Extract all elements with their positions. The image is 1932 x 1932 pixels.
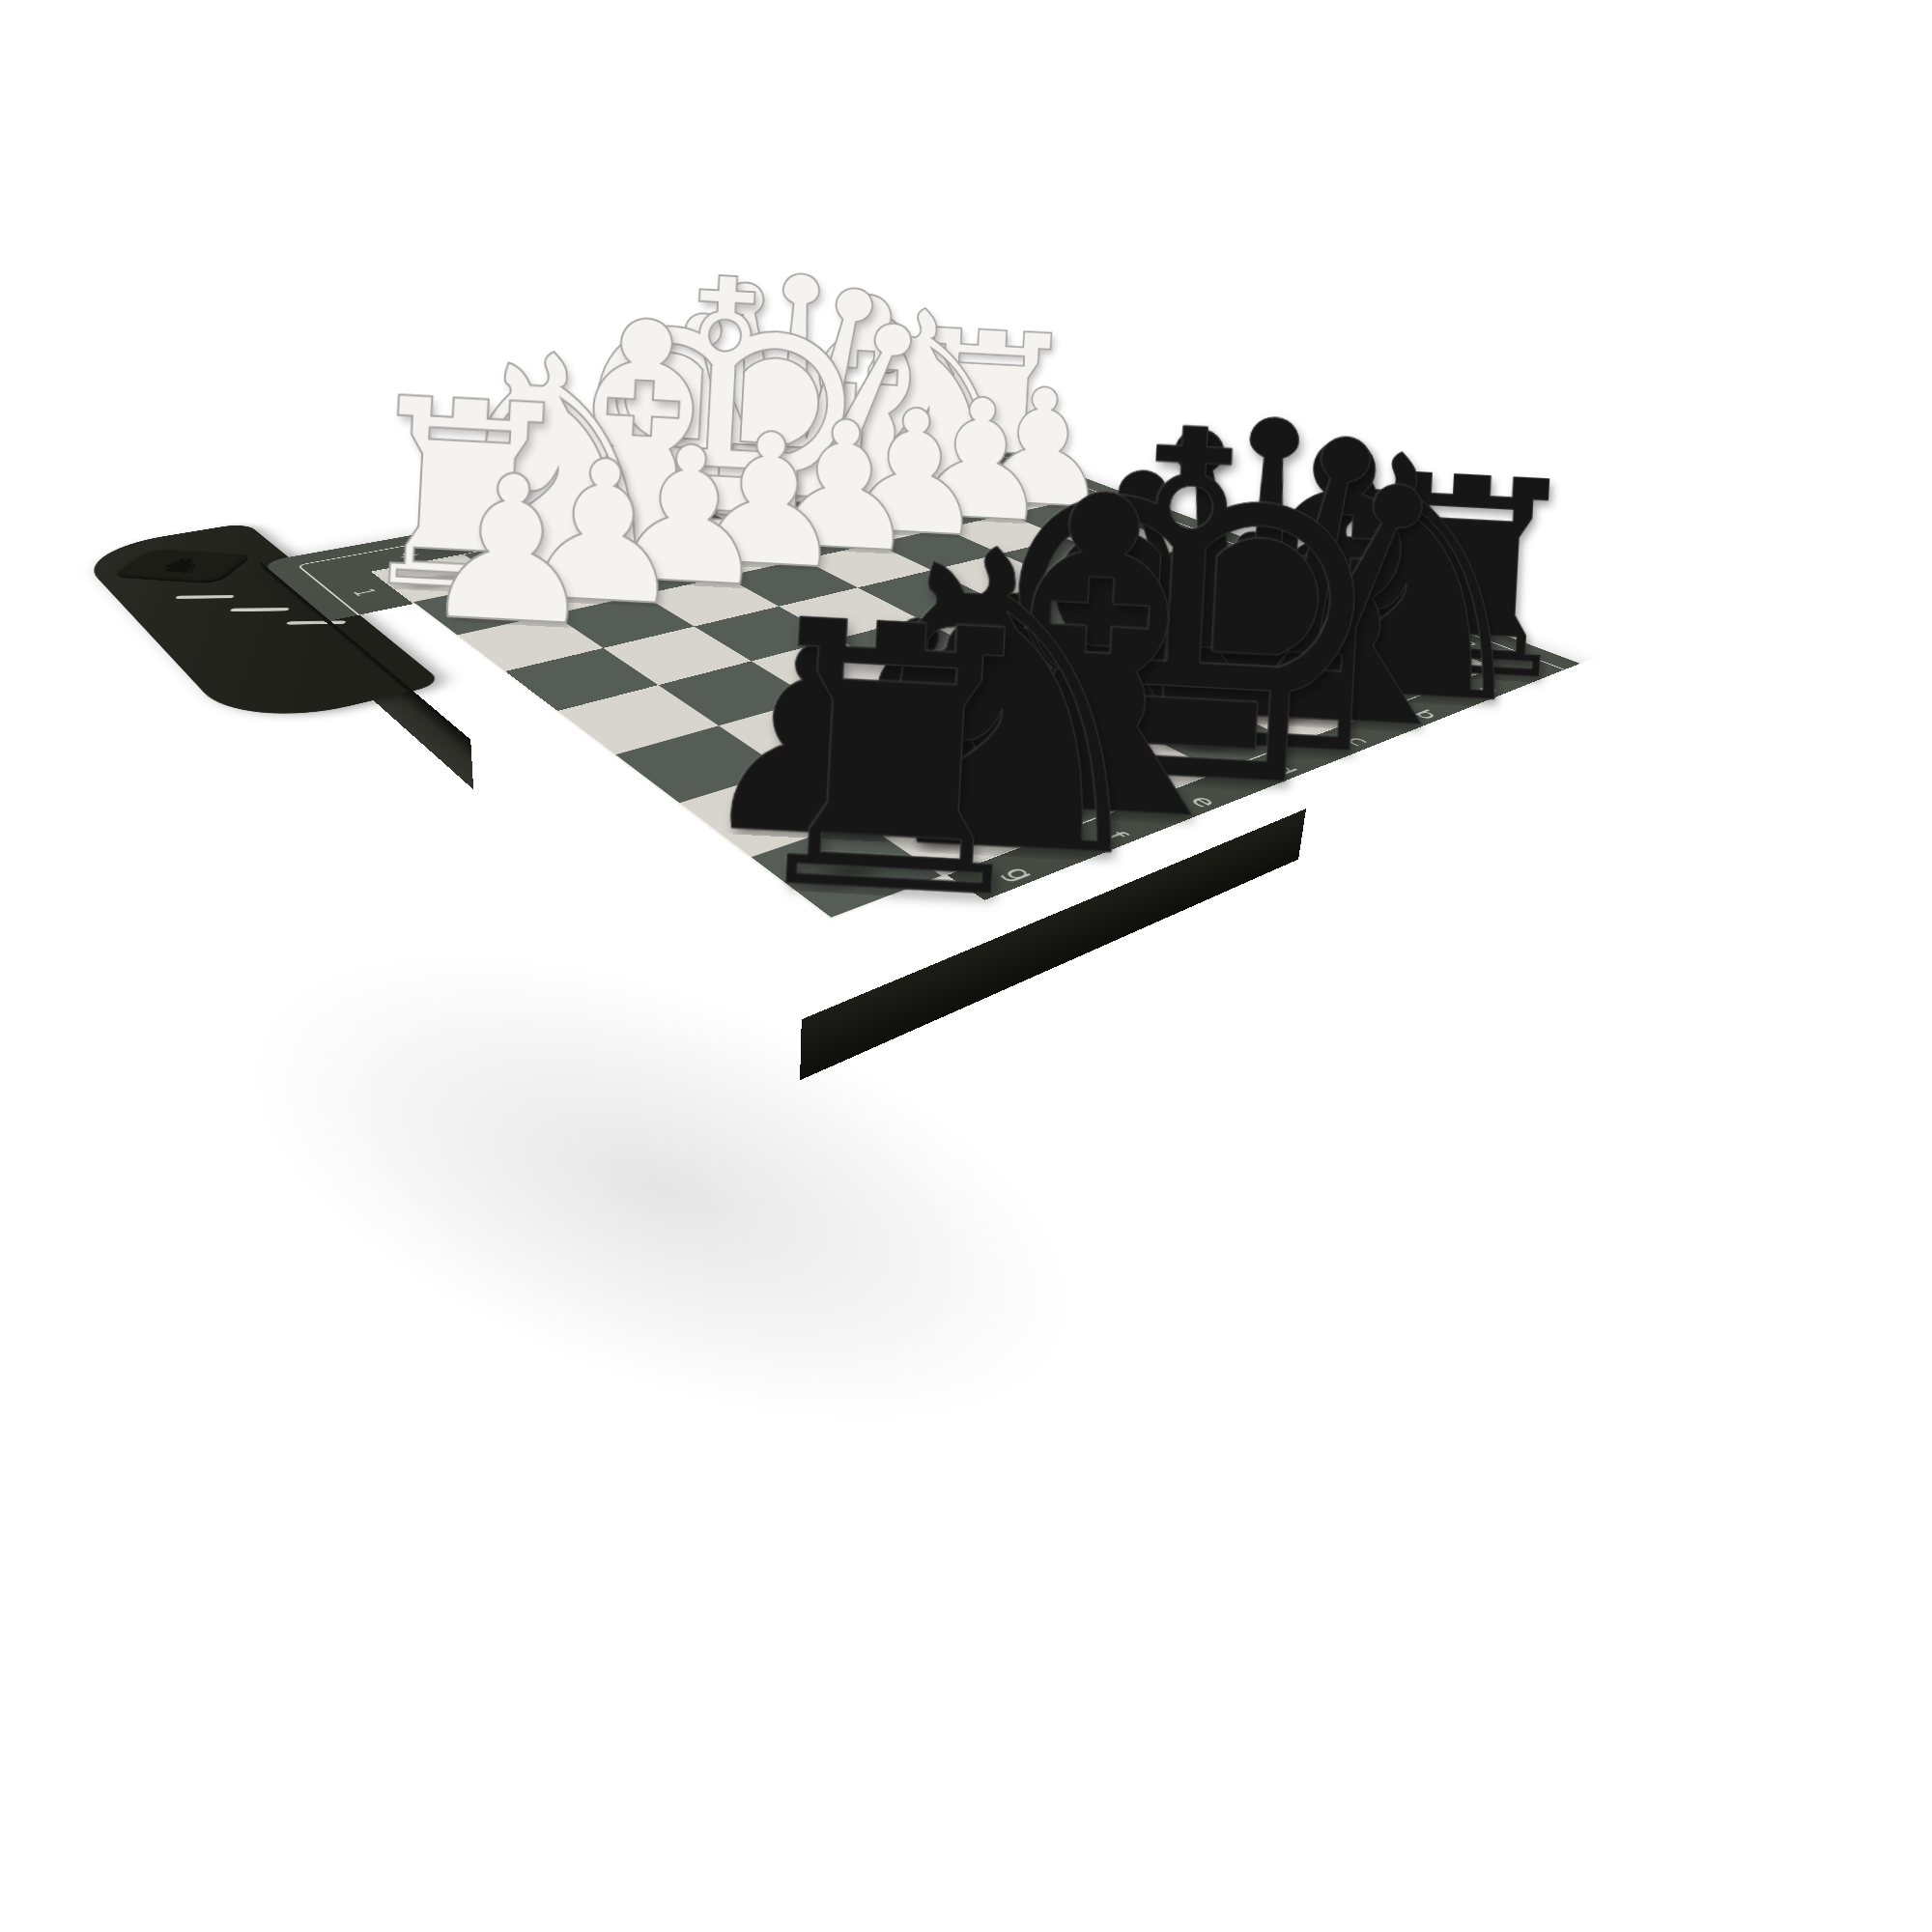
indicator-dash	[230, 608, 290, 611]
knight-logo-icon: ♞	[146, 554, 218, 577]
brand-logo: ♞	[108, 548, 255, 584]
board-surface: hgfedcba hgfedcba 12345678 12345678 ♜♞♝♚…	[261, 435, 1619, 1019]
perspective-scene: ♞ SQUARE OFF hgfedcba hgfedcba 12345678 …	[0, 0, 1932, 1932]
power-button[interactable]	[497, 779, 514, 808]
chessboard-grid: ♜♞♝♚♛♝♞♜♟♟♟♟♟♟♟♟♟♟♟♟♟♟♟♟♜♞♝♚♛♝♞♜	[371, 459, 1495, 920]
scene-tilt-wrapper: ♞ SQUARE OFF hgfedcba hgfedcba 12345678 …	[0, 0, 1932, 1932]
indicator-dash	[175, 595, 235, 599]
white-pawn[interactable]: ♟	[414, 445, 605, 656]
squareoff-board-device: ♞ SQUARE OFF hgfedcba hgfedcba 12345678 …	[261, 435, 1619, 1019]
board-photo: ♞ SQUARE OFF hgfedcba hgfedcba 12345678 …	[0, 0, 1932, 1932]
